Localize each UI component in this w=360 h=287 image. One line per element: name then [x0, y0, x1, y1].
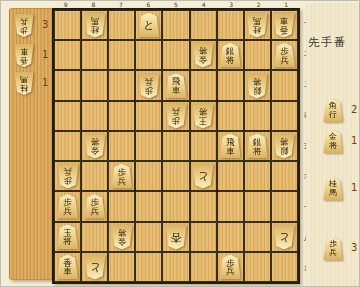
piece-3五[interactable]: 飛車: [219, 134, 241, 159]
turn-indicator: 先手番: [308, 35, 347, 50]
sente-hand-piece-歩兵[interactable]: 歩兵: [323, 237, 343, 260]
piece-4二[interactable]: 金将: [192, 43, 214, 68]
piece-8九[interactable]: と: [84, 254, 106, 279]
piece-8五[interactable]: 金将: [84, 134, 106, 159]
file-label-7: 7: [107, 1, 135, 8]
piece-6三[interactable]: 歩兵: [138, 73, 160, 98]
file-label-3: 3: [217, 1, 245, 8]
gote-hand-piece-歩兵[interactable]: 歩兵: [14, 14, 34, 37]
sente-hand-count-金将: 1: [351, 135, 357, 146]
file-labels: 987654321: [52, 1, 300, 8]
piece-4六[interactable]: と: [192, 164, 214, 189]
piece-2三[interactable]: 銀将: [246, 73, 268, 98]
gote-hand-piece-桂馬[interactable]: 桂馬: [14, 72, 34, 95]
piece-3二[interactable]: 銀将: [219, 43, 241, 68]
sente-hand-piece-金将[interactable]: 金将: [323, 130, 343, 153]
piece-9六[interactable]: 歩兵: [57, 164, 79, 189]
piece-8七[interactable]: 歩兵: [84, 194, 106, 219]
gote-hand-count-歩兵: 3: [42, 19, 48, 30]
gote-hand-tray: 歩兵3香車1桂馬1: [9, 8, 53, 280]
piece-1五[interactable]: 銀将: [273, 134, 295, 159]
sente-hand-count-桂馬: 1: [351, 182, 357, 193]
sente-hand-piece-桂馬[interactable]: 桂馬: [323, 177, 343, 200]
file-label-8: 8: [80, 1, 108, 8]
piece-3九[interactable]: 歩兵: [219, 254, 241, 279]
piece-9九[interactable]: 香車: [57, 254, 79, 279]
piece-8一[interactable]: 桂馬: [84, 13, 106, 38]
piece-1八[interactable]: と: [273, 224, 295, 249]
piece-9七[interactable]: 歩兵: [57, 194, 79, 219]
sente-hand-tray: 先手番 角行2金将1桂馬1歩兵3: [306, 3, 359, 286]
sente-hand-count-角行: 2: [351, 104, 357, 115]
piece-9八[interactable]: 玉将: [57, 224, 79, 249]
piece-6一[interactable]: と: [138, 13, 160, 38]
piece-1一[interactable]: 香車: [273, 13, 295, 38]
piece-2五[interactable]: 銀将: [246, 134, 268, 159]
sente-hand-piece-角行[interactable]: 角行: [323, 99, 343, 122]
file-label-5: 5: [162, 1, 190, 8]
gote-hand-piece-香車[interactable]: 香車: [14, 44, 34, 67]
file-label-6: 6: [135, 1, 163, 8]
gote-hand-count-桂馬: 1: [42, 77, 48, 88]
file-label-9: 9: [52, 1, 80, 8]
piece-layer: 桂馬と桂馬香車金将銀将歩兵歩兵飛車銀将歩兵王将金将飛車銀将銀将歩兵歩兵と歩兵歩兵…: [54, 10, 298, 282]
file-label-1: 1: [273, 1, 301, 8]
shogi-diagram: 987654321 一二三四五六七八九 歩兵3香車1桂馬1 先手番 角行2金将1…: [0, 0, 360, 287]
piece-5四[interactable]: 歩兵: [165, 103, 187, 128]
file-label-2: 2: [245, 1, 273, 8]
piece-7八[interactable]: 金将: [111, 224, 133, 249]
piece-1二[interactable]: 歩兵: [273, 43, 295, 68]
shogi-board: 桂馬と桂馬香車金将銀将歩兵歩兵飛車銀将歩兵王将金将飛車銀将銀将歩兵歩兵と歩兵歩兵…: [52, 8, 300, 284]
piece-4四[interactable]: 王将: [192, 103, 214, 128]
piece-5三[interactable]: 飛車: [165, 73, 187, 98]
gote-hand-count-香車: 1: [42, 49, 48, 60]
sente-hand-count-歩兵: 3: [351, 242, 357, 253]
piece-7六[interactable]: 歩兵: [111, 164, 133, 189]
piece-5八[interactable]: 杏: [165, 224, 187, 249]
file-label-4: 4: [190, 1, 218, 8]
piece-2一[interactable]: 桂馬: [246, 13, 268, 38]
